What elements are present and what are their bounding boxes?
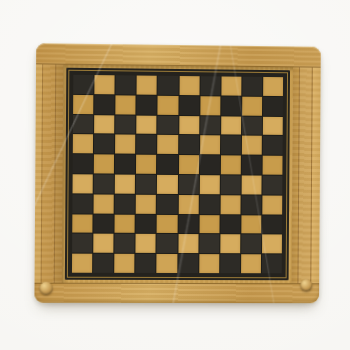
board-square — [115, 115, 135, 134]
board-square — [73, 95, 93, 114]
board-square — [94, 95, 114, 114]
frame-right-rail — [292, 67, 321, 283]
board-square — [73, 75, 93, 94]
board-square — [136, 175, 156, 194]
board-square — [137, 95, 157, 114]
board-square — [199, 195, 219, 214]
board-square — [157, 214, 177, 233]
board-square — [221, 136, 241, 155]
board-square — [179, 116, 199, 135]
board-square — [242, 156, 262, 175]
board-square — [241, 254, 261, 273]
board-square — [179, 76, 199, 95]
board-square — [242, 116, 262, 135]
board-square — [263, 116, 283, 135]
board-square — [241, 215, 261, 234]
board-square — [220, 254, 240, 273]
board-square — [116, 95, 136, 114]
board-square — [115, 155, 135, 174]
board-square — [262, 195, 282, 214]
board-square — [262, 156, 282, 175]
board-square — [178, 175, 198, 194]
board-square — [73, 134, 93, 153]
board-square — [73, 115, 93, 134]
checkerboard-game-box — [34, 43, 320, 303]
board-square — [137, 76, 157, 95]
board-square — [199, 175, 219, 194]
board-square — [157, 175, 177, 194]
checkerboard-grid — [72, 75, 283, 273]
board-square — [157, 155, 177, 174]
board-square — [94, 155, 114, 174]
board-square — [200, 96, 220, 115]
board-square — [93, 214, 113, 233]
board-square — [115, 214, 135, 233]
board-square — [136, 214, 156, 233]
board-square — [72, 254, 92, 273]
board-square — [157, 195, 177, 214]
board-square — [72, 214, 92, 233]
board-square — [200, 136, 220, 155]
board-square — [158, 96, 178, 115]
board-square — [94, 135, 114, 154]
board-square — [178, 234, 198, 253]
board-square — [262, 235, 282, 254]
board-square — [179, 155, 199, 174]
board-square — [158, 115, 178, 134]
board-square — [263, 77, 283, 96]
board-square — [199, 234, 219, 253]
board-square — [200, 76, 220, 95]
board-square — [72, 194, 92, 213]
board-square — [94, 115, 114, 134]
board-square — [93, 234, 113, 253]
board-square — [93, 254, 113, 273]
board-square — [158, 135, 178, 154]
board-square — [158, 76, 178, 95]
board-square — [263, 136, 283, 155]
board-square — [220, 175, 240, 194]
board-square — [178, 254, 198, 273]
board-square — [220, 215, 240, 234]
board-square — [242, 96, 262, 115]
board-square — [94, 75, 114, 94]
board-square — [262, 254, 282, 273]
frame-left-rail — [35, 64, 64, 282]
board-square — [263, 97, 283, 116]
board-square — [136, 234, 156, 253]
board-square — [221, 96, 241, 115]
board-square — [157, 254, 177, 273]
board-square — [136, 195, 156, 214]
board-square — [73, 154, 93, 173]
brass-pin-right — [300, 279, 312, 291]
board-square — [73, 174, 93, 193]
board-square — [241, 235, 261, 254]
board-square — [262, 215, 282, 234]
board-square — [94, 194, 114, 213]
board-square — [262, 176, 282, 195]
board-square — [136, 254, 156, 273]
board-square — [115, 194, 135, 213]
board-square — [115, 234, 135, 253]
board-square — [200, 116, 220, 135]
board-square — [179, 96, 199, 115]
board-square — [136, 155, 156, 174]
board-square — [136, 135, 156, 154]
board-square — [221, 156, 241, 175]
board-square — [94, 174, 114, 193]
photo-background — [0, 0, 350, 350]
board-square — [220, 195, 240, 214]
brass-pin-left — [40, 282, 53, 295]
board-square — [178, 195, 198, 214]
board-square — [221, 76, 241, 95]
board-square — [114, 254, 134, 273]
board-square — [178, 215, 198, 234]
board-square — [179, 135, 199, 154]
board-square — [221, 116, 241, 135]
board-square — [220, 235, 240, 254]
board-square — [137, 115, 157, 134]
board-square — [115, 175, 135, 194]
board-square — [199, 215, 219, 234]
board-inner-panel — [62, 65, 293, 284]
board-square — [72, 234, 92, 253]
board-black-border — [65, 68, 290, 281]
board-square — [242, 77, 262, 96]
board-square — [200, 155, 220, 174]
board-square — [199, 254, 219, 273]
board-square — [242, 136, 262, 155]
board-square — [116, 75, 136, 94]
board-square — [157, 234, 177, 253]
board-square — [241, 175, 261, 194]
frame-bottom-rail — [34, 283, 319, 304]
board-square — [241, 195, 261, 214]
board-square — [115, 135, 135, 154]
